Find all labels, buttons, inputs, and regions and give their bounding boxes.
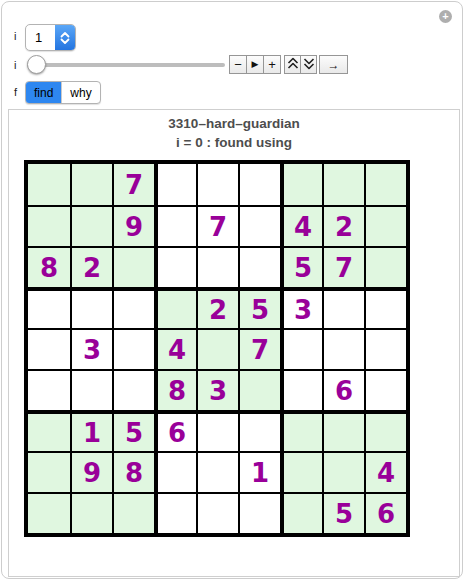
faster-button[interactable] [284, 55, 301, 74]
cell-r1c5 [196, 164, 238, 205]
cell-r1c3: 7 [112, 164, 154, 205]
f-setter-bar: find why [25, 81, 101, 104]
cell-r1c7 [280, 164, 322, 205]
cell-r7c5 [196, 410, 238, 451]
cell-r7c3: 5 [112, 410, 154, 451]
cell-r5c1 [28, 328, 70, 369]
cell-r3c7: 5 [280, 246, 322, 287]
cell-r1c6 [238, 164, 280, 205]
chevron-double-down-icon [303, 56, 315, 74]
cell-r9c5 [196, 492, 238, 533]
cell-r6c1 [28, 369, 70, 410]
direction-button-group: → [319, 55, 348, 74]
cell-r6c3 [112, 369, 154, 410]
cell-r3c9 [364, 246, 406, 287]
manipulate-frame: + i 1 i − ▶ + [1, 1, 463, 579]
arrow-right-icon: → [328, 59, 340, 71]
cell-r5c9 [364, 328, 406, 369]
cell-r7c9 [364, 410, 406, 451]
step-forward-button[interactable]: + [263, 55, 281, 74]
cell-r3c5 [196, 246, 238, 287]
cell-r1c9 [364, 164, 406, 205]
cell-r7c8 [322, 410, 364, 451]
cell-r8c2: 9 [70, 451, 112, 492]
chevron-double-up-icon [287, 56, 299, 74]
cell-r2c6 [238, 205, 280, 246]
i-slider-thumb[interactable] [27, 55, 46, 74]
cell-r6c6 [238, 369, 280, 410]
cell-r9c8: 5 [322, 492, 364, 533]
cell-r7c6 [238, 410, 280, 451]
cell-r2c7: 4 [280, 205, 322, 246]
sudoku-board: 797428257253347836156981456 [24, 160, 410, 537]
cell-r8c1 [28, 451, 70, 492]
cell-r4c2 [70, 287, 112, 328]
play-button[interactable]: ▶ [246, 55, 264, 74]
cell-r9c3 [112, 492, 154, 533]
cell-r7c7 [280, 410, 322, 451]
cell-r7c4: 6 [154, 410, 196, 451]
cell-r6c2 [70, 369, 112, 410]
slower-button[interactable] [300, 55, 317, 74]
cell-r2c3: 9 [112, 205, 154, 246]
step-back-button[interactable]: − [229, 55, 247, 74]
cell-r2c2 [70, 205, 112, 246]
cell-r4c8 [322, 287, 364, 328]
cell-r4c4 [154, 287, 196, 328]
cell-r9c2 [70, 492, 112, 533]
cell-r5c6: 7 [238, 328, 280, 369]
cell-r9c9: 6 [364, 492, 406, 533]
cell-r8c6: 1 [238, 451, 280, 492]
play-icon: ▶ [252, 60, 259, 69]
plus-icon: + [268, 58, 276, 71]
cell-r5c2: 3 [70, 328, 112, 369]
cell-r2c9 [364, 205, 406, 246]
cell-r3c1: 8 [28, 246, 70, 287]
cell-r8c7 [280, 451, 322, 492]
cell-r2c1 [28, 205, 70, 246]
cell-r5c3 [112, 328, 154, 369]
puzzle-title: 3310–hard–guardian [9, 116, 459, 131]
cell-r8c9: 4 [364, 451, 406, 492]
cell-r9c6 [238, 492, 280, 533]
cell-r6c9 [364, 369, 406, 410]
cell-r3c6 [238, 246, 280, 287]
cell-r4c5: 2 [196, 287, 238, 328]
cell-r3c3 [112, 246, 154, 287]
cell-r9c7 [280, 492, 322, 533]
i-popup-menu[interactable]: 1 [25, 24, 76, 51]
cell-r1c2 [70, 164, 112, 205]
cell-r5c8 [322, 328, 364, 369]
cell-r7c2: 1 [70, 410, 112, 451]
popup-value: 1 [26, 25, 55, 50]
cell-r4c3 [112, 287, 154, 328]
setter-option-why[interactable]: why [61, 82, 99, 103]
setter-option-find[interactable]: find [26, 82, 61, 103]
popup-stepper-icon [55, 25, 75, 50]
cell-r2c8: 2 [322, 205, 364, 246]
i-slider-track[interactable] [27, 63, 225, 67]
cell-r1c8 [322, 164, 364, 205]
cell-r8c5 [196, 451, 238, 492]
cell-r5c5 [196, 328, 238, 369]
cell-r8c8 [322, 451, 364, 492]
direction-button[interactable]: → [319, 55, 348, 74]
cell-r7c1 [28, 410, 70, 451]
cell-r3c2: 2 [70, 246, 112, 287]
cell-r2c5: 7 [196, 205, 238, 246]
cell-r9c4 [154, 492, 196, 533]
output-panel: 3310–hard–guardian i = 0 : found using 7… [8, 109, 460, 577]
var-i-label: i [14, 30, 16, 42]
puzzle-subtitle: i = 0 : found using [9, 135, 459, 150]
cell-r6c4: 8 [154, 369, 196, 410]
cell-r9c1 [28, 492, 70, 533]
cell-r8c3: 8 [112, 451, 154, 492]
cell-r4c1 [28, 287, 70, 328]
cell-r5c7 [280, 328, 322, 369]
cell-r3c8: 7 [322, 246, 364, 287]
cell-r4c7: 3 [280, 287, 322, 328]
manipulate-plus-icon[interactable]: + [439, 10, 452, 23]
cell-r2c4 [154, 205, 196, 246]
cell-r5c4: 4 [154, 328, 196, 369]
cell-r4c6: 5 [238, 287, 280, 328]
var-f-label: f [14, 86, 17, 98]
cell-r6c8: 6 [322, 369, 364, 410]
cell-r3c4 [154, 246, 196, 287]
step-button-group: − ▶ + [229, 55, 281, 74]
cell-r6c5: 3 [196, 369, 238, 410]
speed-button-group [284, 55, 317, 74]
cell-r1c1 [28, 164, 70, 205]
cell-r1c4 [154, 164, 196, 205]
cell-r4c9 [364, 287, 406, 328]
slider-i-label: i [14, 59, 16, 71]
cell-r6c7 [280, 369, 322, 410]
cell-r8c4 [154, 451, 196, 492]
minus-icon: − [234, 58, 242, 71]
